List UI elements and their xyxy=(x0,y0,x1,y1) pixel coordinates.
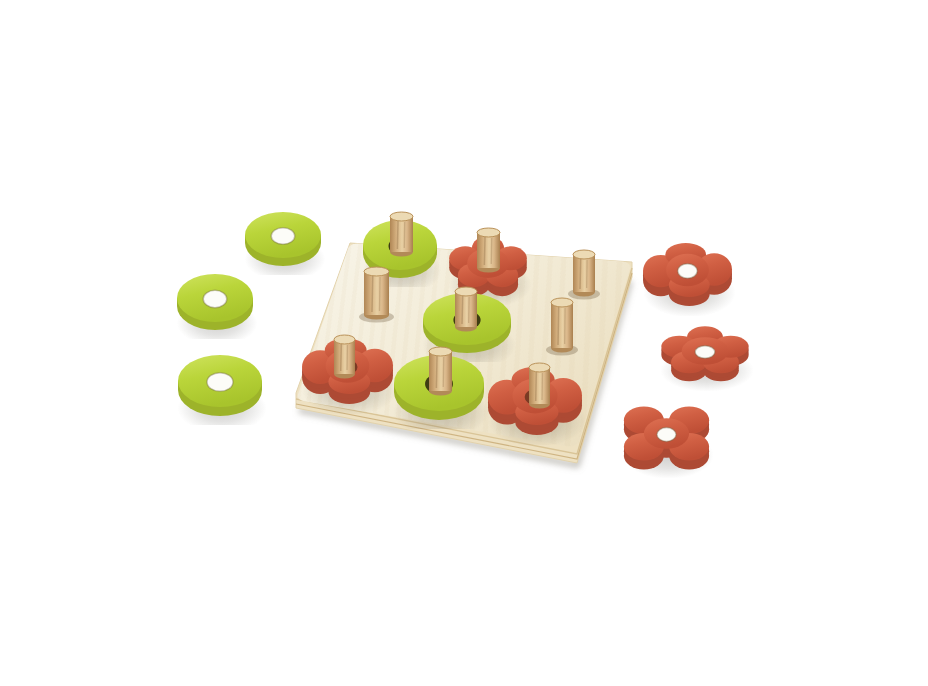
flower-hole xyxy=(656,427,675,441)
peg-top-face xyxy=(364,267,389,276)
spare-flower-1[interactable] xyxy=(637,237,738,316)
spare-ring-2[interactable] xyxy=(172,269,258,339)
ring-hole xyxy=(207,373,233,392)
peg-body xyxy=(573,254,595,292)
peg-r2c2 xyxy=(524,358,555,413)
ring-hole xyxy=(271,228,295,245)
peg-grain xyxy=(340,344,341,371)
peg-grain xyxy=(535,372,536,401)
peg-top-face xyxy=(551,298,573,307)
peg-grain xyxy=(397,221,398,249)
peg-body xyxy=(551,302,573,348)
peg-r2c0 xyxy=(329,330,360,383)
peg-top-face xyxy=(429,347,452,356)
product-photo-scene xyxy=(0,0,928,686)
peg-grain xyxy=(484,237,485,265)
peg-top-face xyxy=(477,228,500,237)
peg-r1c2 xyxy=(546,293,578,357)
peg-top-face xyxy=(334,335,355,344)
peg-top-face xyxy=(529,363,550,372)
peg-body xyxy=(364,271,389,315)
peg-r0c0 xyxy=(385,207,418,261)
peg-body xyxy=(429,351,452,391)
peg-grain xyxy=(372,276,373,312)
peg-top-face xyxy=(573,250,595,259)
peg-grain xyxy=(436,356,437,388)
peg-r1c0 xyxy=(359,262,394,324)
flower-hole xyxy=(695,346,715,358)
ring-hole xyxy=(203,290,227,307)
spare-ring-1[interactable] xyxy=(240,207,326,275)
spare-flower-2[interactable] xyxy=(654,322,756,392)
peg-r0c1 xyxy=(472,223,505,277)
peg-top-face xyxy=(390,212,413,221)
pieces-layer xyxy=(0,0,928,686)
spare-flower-3[interactable] xyxy=(617,402,716,478)
flower-hole xyxy=(677,264,697,279)
peg-r1c1 xyxy=(450,282,482,336)
peg-body xyxy=(529,367,550,404)
peg-grain xyxy=(558,307,559,345)
peg-grain xyxy=(462,296,463,324)
peg-top-face xyxy=(455,287,477,296)
peg-grain xyxy=(580,259,581,289)
spare-ring-3[interactable] xyxy=(173,350,267,425)
peg-grain xyxy=(379,277,380,311)
peg-r2c1 xyxy=(424,342,457,400)
